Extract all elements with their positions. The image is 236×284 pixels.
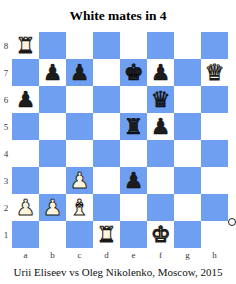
piece-white-pawn: ♟ bbox=[66, 167, 93, 194]
file-label-f: f bbox=[147, 248, 174, 262]
square-a8: ♜ bbox=[12, 32, 39, 59]
square-d5 bbox=[93, 113, 120, 140]
square-e3: ♟ bbox=[120, 167, 147, 194]
square-d3 bbox=[93, 167, 120, 194]
square-h2 bbox=[201, 194, 228, 221]
square-f5: ♟ bbox=[147, 113, 174, 140]
square-e6 bbox=[120, 86, 147, 113]
square-c7: ♟ bbox=[66, 59, 93, 86]
square-b1 bbox=[39, 221, 66, 248]
square-h8 bbox=[201, 32, 228, 59]
square-g5 bbox=[174, 113, 201, 140]
square-a5 bbox=[12, 113, 39, 140]
square-c3: ♟ bbox=[66, 167, 93, 194]
square-c5 bbox=[66, 113, 93, 140]
square-a6: ♟ bbox=[12, 86, 39, 113]
square-f4 bbox=[147, 140, 174, 167]
square-b4 bbox=[39, 140, 66, 167]
square-e1 bbox=[120, 221, 147, 248]
rank-label-5: 5 bbox=[0, 113, 12, 140]
piece-black-pawn: ♟ bbox=[12, 86, 39, 113]
square-f1: ♚ bbox=[147, 221, 174, 248]
file-label-h: h bbox=[201, 248, 228, 262]
rank-label-6: 6 bbox=[0, 86, 12, 113]
square-b6 bbox=[39, 86, 66, 113]
board-area: 87654321 ♜♟♟♚♟♛♟♛♜♟♟♟♟♟♝♜♚ bbox=[0, 32, 236, 248]
piece-black-queen: ♛ bbox=[147, 86, 174, 113]
square-h4 bbox=[201, 140, 228, 167]
square-g7 bbox=[174, 59, 201, 86]
square-c2: ♝ bbox=[66, 194, 93, 221]
rank-label-2: 2 bbox=[0, 194, 12, 221]
square-a1 bbox=[12, 221, 39, 248]
white-to-move-indicator bbox=[228, 218, 236, 226]
square-a4 bbox=[12, 140, 39, 167]
board: ♜♟♟♚♟♛♟♛♜♟♟♟♟♟♝♜♚ bbox=[12, 32, 228, 248]
square-a2: ♟ bbox=[12, 194, 39, 221]
square-f2 bbox=[147, 194, 174, 221]
square-g3 bbox=[174, 167, 201, 194]
rank-label-3: 3 bbox=[0, 167, 12, 194]
piece-black-pawn: ♟ bbox=[147, 59, 174, 86]
square-d8 bbox=[93, 32, 120, 59]
square-e2 bbox=[120, 194, 147, 221]
rank-label-7: 7 bbox=[0, 59, 12, 86]
file-label-a: a bbox=[12, 248, 39, 262]
square-a3 bbox=[12, 167, 39, 194]
square-d1: ♜ bbox=[93, 221, 120, 248]
square-h6 bbox=[201, 86, 228, 113]
piece-white-pawn: ♟ bbox=[12, 194, 39, 221]
file-label-g: g bbox=[174, 248, 201, 262]
file-label-d: d bbox=[93, 248, 120, 262]
piece-white-queen: ♛ bbox=[201, 59, 228, 86]
piece-black-pawn: ♟ bbox=[66, 59, 93, 86]
piece-white-pawn: ♟ bbox=[39, 194, 66, 221]
piece-black-king: ♚ bbox=[120, 59, 147, 86]
square-c4 bbox=[66, 140, 93, 167]
square-c1 bbox=[66, 221, 93, 248]
square-d7 bbox=[93, 59, 120, 86]
piece-black-pawn: ♟ bbox=[120, 167, 147, 194]
file-label-e: e bbox=[120, 248, 147, 262]
piece-white-king: ♚ bbox=[147, 221, 174, 248]
square-h3 bbox=[201, 167, 228, 194]
caption: Urii Eliseev vs Oleg Nikolenko, Moscow, … bbox=[0, 266, 236, 278]
square-e8 bbox=[120, 32, 147, 59]
piece-black-rook: ♜ bbox=[120, 113, 147, 140]
piece-black-pawn: ♟ bbox=[147, 113, 174, 140]
square-g8 bbox=[174, 32, 201, 59]
square-h7: ♛ bbox=[201, 59, 228, 86]
square-g4 bbox=[174, 140, 201, 167]
square-f6: ♛ bbox=[147, 86, 174, 113]
page-title: White mates in 4 bbox=[0, 0, 236, 32]
square-b8 bbox=[39, 32, 66, 59]
square-c8 bbox=[66, 32, 93, 59]
square-b3 bbox=[39, 167, 66, 194]
rank-labels: 87654321 bbox=[0, 32, 12, 248]
square-b5 bbox=[39, 113, 66, 140]
square-f8 bbox=[147, 32, 174, 59]
square-d6 bbox=[93, 86, 120, 113]
square-d4 bbox=[93, 140, 120, 167]
square-e4 bbox=[120, 140, 147, 167]
square-d2 bbox=[93, 194, 120, 221]
square-g2 bbox=[174, 194, 201, 221]
rank-label-4: 4 bbox=[0, 140, 12, 167]
rank-label-1: 1 bbox=[0, 221, 12, 248]
square-f3 bbox=[147, 167, 174, 194]
square-e7: ♚ bbox=[120, 59, 147, 86]
piece-white-rook: ♜ bbox=[12, 32, 39, 59]
square-a7 bbox=[12, 59, 39, 86]
file-label-c: c bbox=[66, 248, 93, 262]
file-labels: abcdefgh bbox=[12, 248, 236, 262]
piece-white-rook: ♜ bbox=[93, 221, 120, 248]
square-c6 bbox=[66, 86, 93, 113]
rank-label-8: 8 bbox=[0, 32, 12, 59]
piece-white-bishop: ♝ bbox=[66, 194, 93, 221]
square-f7: ♟ bbox=[147, 59, 174, 86]
square-h1 bbox=[201, 221, 228, 248]
square-g6 bbox=[174, 86, 201, 113]
square-e5: ♜ bbox=[120, 113, 147, 140]
square-b7: ♟ bbox=[39, 59, 66, 86]
square-b2: ♟ bbox=[39, 194, 66, 221]
file-label-b: b bbox=[39, 248, 66, 262]
square-h5 bbox=[201, 113, 228, 140]
square-g1 bbox=[174, 221, 201, 248]
piece-black-pawn: ♟ bbox=[39, 59, 66, 86]
